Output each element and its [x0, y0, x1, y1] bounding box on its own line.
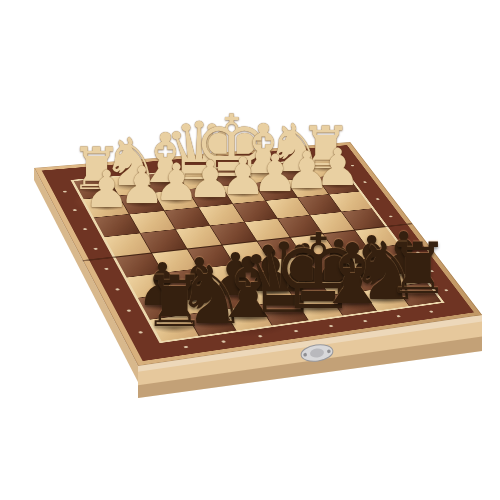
- pieces-layer: ♜♞♝♛♚♝♞♜♟♟♟♟♟♟♟♟♟♟♟♟♟♟♟♟♜♞♝♛♚♝♞♜: [0, 0, 500, 500]
- piece-light-pawn: ♟: [315, 141, 361, 192]
- piece-dark-rook: ♜: [386, 234, 450, 305]
- product-photo: ♜♞♝♛♚♝♞♜♟♟♟♟♟♟♟♟♟♟♟♟♟♟♟♟♜♞♝♛♚♝♞♜: [0, 0, 500, 500]
